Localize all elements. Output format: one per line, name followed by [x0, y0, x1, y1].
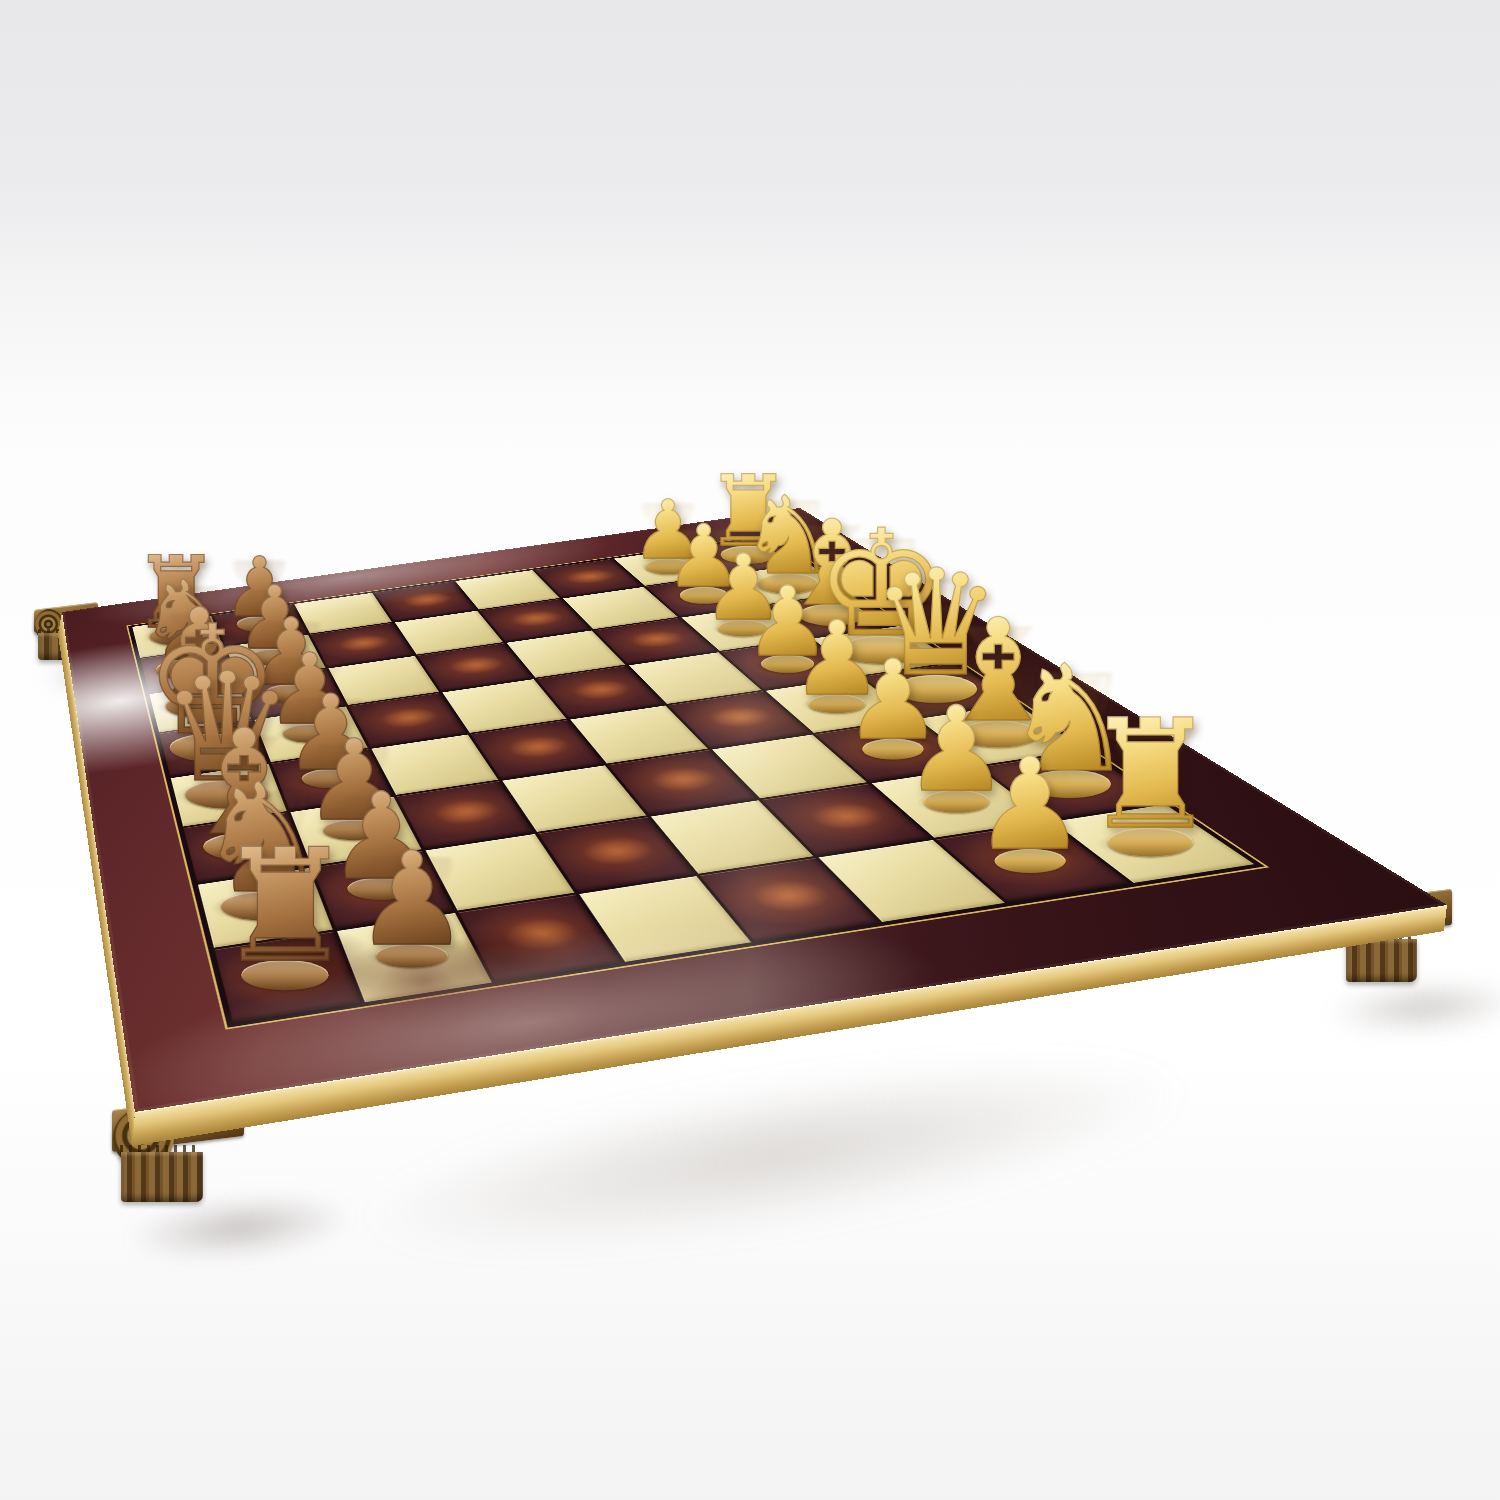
foot-flutes — [121, 1152, 203, 1202]
chess-set-photo: ♜♜♞♞♝♝♛♛♚♚♝♝♞♞♜♜♟♟♟♟♟♟♟♟♟♟♟♟♟♟♟♟♜♜♞♞♝♝♛♛… — [0, 0, 1500, 1500]
piece-glyph-P: ♟ — [973, 742, 1086, 868]
piece-glyph-R: ♜ — [1083, 700, 1218, 851]
foot-flutes — [1346, 939, 1417, 982]
piece-glyph-R: ♜ — [216, 829, 356, 985]
piece-glyph-P: ♟ — [354, 834, 470, 963]
